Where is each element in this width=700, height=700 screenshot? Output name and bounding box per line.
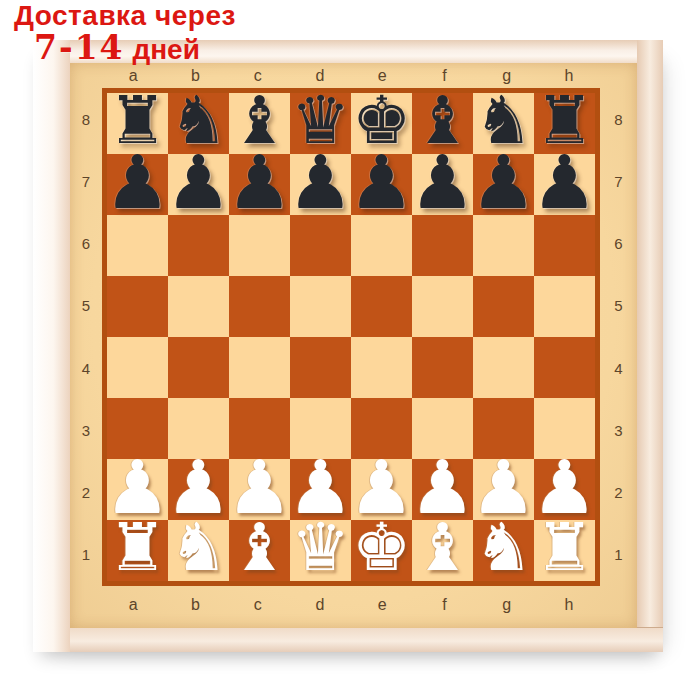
square-d1[interactable]: ♛ <box>290 520 351 581</box>
square-f7[interactable]: ♟ <box>412 154 473 215</box>
rank-label-right-1: 1 <box>600 524 637 586</box>
square-e7[interactable]: ♟ <box>351 154 412 215</box>
promo-banner: Доставка через 7-14 дней <box>14 2 236 64</box>
square-a1[interactable]: ♜ <box>107 520 168 581</box>
square-h5[interactable] <box>534 276 595 337</box>
square-h4[interactable] <box>534 337 595 398</box>
black-pawn[interactable]: ♟ <box>531 145 597 219</box>
black-pawn[interactable]: ♟ <box>104 145 170 219</box>
wooden-frame: abcdefgh 87654321 ♜♞♝♛♚♝♞♜♟♟♟♟♟♟♟♟♟♟♟♟♟♟… <box>33 40 663 652</box>
file-label-bottom-d: d <box>289 586 351 626</box>
product-photo: Доставка через 7-14 дней abcdefgh 876543… <box>0 0 700 700</box>
promo-days-word: дней <box>132 34 199 65</box>
square-h7[interactable]: ♟ <box>534 154 595 215</box>
white-knight[interactable]: ♞ <box>169 515 228 581</box>
white-bishop[interactable]: ♝ <box>230 515 289 581</box>
file-label-bottom-f: f <box>413 586 475 626</box>
rank-label-left-7: 7 <box>70 150 102 212</box>
rank-label-right-4: 4 <box>600 337 637 399</box>
square-g4[interactable] <box>473 337 534 398</box>
promo-text-line2: 7-14 дней <box>14 31 236 64</box>
promo-days-number: 7-14 <box>34 28 125 67</box>
file-label-bottom-g: g <box>476 586 538 626</box>
square-e4[interactable] <box>351 337 412 398</box>
white-rook[interactable]: ♜ <box>108 515 167 581</box>
file-label-bottom-b: b <box>164 586 226 626</box>
white-rook[interactable]: ♜ <box>535 515 594 581</box>
white-king[interactable]: ♚ <box>352 515 411 581</box>
black-pawn[interactable]: ♟ <box>409 145 475 219</box>
white-queen[interactable]: ♛ <box>291 515 350 581</box>
white-bishop[interactable]: ♝ <box>413 515 472 581</box>
square-f1[interactable]: ♝ <box>412 520 473 581</box>
rank-labels-left: 87654321 <box>70 88 102 586</box>
white-knight[interactable]: ♞ <box>474 515 533 581</box>
square-d5[interactable] <box>290 276 351 337</box>
square-e5[interactable] <box>351 276 412 337</box>
rank-label-left-4: 4 <box>70 337 102 399</box>
promo-text-line1: Доставка через <box>14 2 236 30</box>
square-g7[interactable]: ♟ <box>473 154 534 215</box>
frame-rail-bottom <box>33 627 663 652</box>
rank-label-right-3: 3 <box>600 399 637 461</box>
square-f5[interactable] <box>412 276 473 337</box>
square-b4[interactable] <box>168 337 229 398</box>
square-c4[interactable] <box>229 337 290 398</box>
square-g5[interactable] <box>473 276 534 337</box>
square-h1[interactable]: ♜ <box>534 520 595 581</box>
file-label-bottom-e: e <box>351 586 413 626</box>
black-pawn[interactable]: ♟ <box>165 145 231 219</box>
square-a5[interactable] <box>107 276 168 337</box>
rank-label-right-2: 2 <box>600 462 637 524</box>
rank-label-left-1: 1 <box>70 524 102 586</box>
file-label-bottom-h: h <box>538 586 600 626</box>
rank-label-left-2: 2 <box>70 462 102 524</box>
chess-board: ♜♞♝♛♚♝♞♜♟♟♟♟♟♟♟♟♟♟♟♟♟♟♟♟♜♞♝♛♚♝♞♜ <box>102 88 600 586</box>
square-b5[interactable] <box>168 276 229 337</box>
black-pawn[interactable]: ♟ <box>287 145 353 219</box>
rank-label-left-8: 8 <box>70 88 102 150</box>
rank-label-right-7: 7 <box>600 150 637 212</box>
square-b7[interactable]: ♟ <box>168 154 229 215</box>
square-d7[interactable]: ♟ <box>290 154 351 215</box>
black-pawn[interactable]: ♟ <box>226 145 292 219</box>
file-label-bottom-c: c <box>227 586 289 626</box>
black-pawn[interactable]: ♟ <box>470 145 536 219</box>
square-d4[interactable] <box>290 337 351 398</box>
rank-labels-right: 87654321 <box>600 88 637 586</box>
rank-label-left-5: 5 <box>70 275 102 337</box>
frame-rail-left <box>33 40 70 652</box>
square-c7[interactable]: ♟ <box>229 154 290 215</box>
file-labels-bottom: abcdefgh <box>102 586 600 626</box>
square-e1[interactable]: ♚ <box>351 520 412 581</box>
rank-label-left-3: 3 <box>70 399 102 461</box>
rank-label-left-6: 6 <box>70 213 102 275</box>
square-f4[interactable] <box>412 337 473 398</box>
rank-label-right-6: 6 <box>600 213 637 275</box>
square-b1[interactable]: ♞ <box>168 520 229 581</box>
square-c5[interactable] <box>229 276 290 337</box>
rank-label-right-5: 5 <box>600 275 637 337</box>
square-a7[interactable]: ♟ <box>107 154 168 215</box>
file-label-bottom-a: a <box>102 586 164 626</box>
square-a4[interactable] <box>107 337 168 398</box>
rank-label-right-8: 8 <box>600 88 637 150</box>
board-face: abcdefgh 87654321 ♜♞♝♛♚♝♞♜♟♟♟♟♟♟♟♟♟♟♟♟♟♟… <box>70 63 637 628</box>
square-g1[interactable]: ♞ <box>473 520 534 581</box>
black-pawn[interactable]: ♟ <box>348 145 414 219</box>
frame-rail-right <box>637 40 663 652</box>
square-c1[interactable]: ♝ <box>229 520 290 581</box>
